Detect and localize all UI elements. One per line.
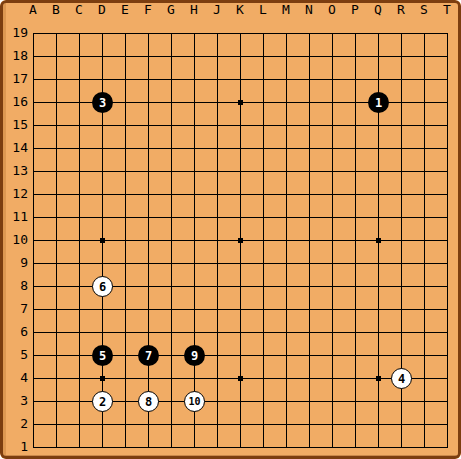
intersection[interactable] bbox=[68, 160, 91, 183]
intersection[interactable] bbox=[321, 206, 344, 229]
intersection[interactable] bbox=[45, 160, 68, 183]
intersection[interactable] bbox=[367, 413, 390, 436]
intersection[interactable] bbox=[275, 91, 298, 114]
intersection[interactable] bbox=[68, 45, 91, 68]
intersection[interactable] bbox=[367, 252, 390, 275]
intersection[interactable] bbox=[298, 183, 321, 206]
intersection[interactable] bbox=[206, 183, 229, 206]
intersection[interactable] bbox=[321, 114, 344, 137]
intersection[interactable] bbox=[114, 252, 137, 275]
intersection[interactable] bbox=[413, 183, 436, 206]
intersection[interactable] bbox=[275, 160, 298, 183]
intersection[interactable] bbox=[344, 22, 367, 45]
intersection[interactable] bbox=[390, 344, 413, 367]
intersection[interactable] bbox=[275, 436, 298, 459]
intersection[interactable] bbox=[298, 298, 321, 321]
intersection[interactable] bbox=[137, 367, 160, 390]
intersection[interactable] bbox=[252, 114, 275, 137]
intersection[interactable] bbox=[114, 413, 137, 436]
intersection[interactable] bbox=[436, 183, 459, 206]
intersection[interactable] bbox=[183, 160, 206, 183]
intersection[interactable] bbox=[206, 137, 229, 160]
intersection[interactable] bbox=[183, 68, 206, 91]
intersection[interactable] bbox=[45, 413, 68, 436]
intersection[interactable] bbox=[344, 390, 367, 413]
intersection[interactable] bbox=[45, 206, 68, 229]
intersection[interactable] bbox=[436, 413, 459, 436]
intersection[interactable] bbox=[229, 183, 252, 206]
intersection[interactable] bbox=[390, 206, 413, 229]
intersection[interactable] bbox=[114, 91, 137, 114]
intersection[interactable] bbox=[206, 252, 229, 275]
intersection[interactable] bbox=[413, 413, 436, 436]
intersection[interactable] bbox=[137, 298, 160, 321]
intersection[interactable] bbox=[45, 344, 68, 367]
intersection[interactable] bbox=[321, 160, 344, 183]
intersection[interactable] bbox=[206, 298, 229, 321]
intersection[interactable] bbox=[160, 45, 183, 68]
intersection[interactable] bbox=[321, 22, 344, 45]
intersection[interactable] bbox=[160, 298, 183, 321]
intersection[interactable] bbox=[298, 160, 321, 183]
intersection[interactable] bbox=[252, 91, 275, 114]
intersection[interactable] bbox=[275, 344, 298, 367]
intersection[interactable] bbox=[367, 344, 390, 367]
intersection[interactable] bbox=[206, 367, 229, 390]
intersection[interactable] bbox=[275, 114, 298, 137]
intersection[interactable] bbox=[114, 137, 137, 160]
intersection[interactable] bbox=[413, 91, 436, 114]
intersection[interactable] bbox=[229, 413, 252, 436]
intersection[interactable] bbox=[275, 183, 298, 206]
intersection[interactable] bbox=[298, 275, 321, 298]
intersection[interactable] bbox=[183, 183, 206, 206]
intersection[interactable] bbox=[160, 229, 183, 252]
intersection[interactable] bbox=[275, 22, 298, 45]
intersection[interactable] bbox=[91, 413, 114, 436]
intersection[interactable] bbox=[183, 413, 206, 436]
intersection[interactable] bbox=[45, 390, 68, 413]
intersection[interactable] bbox=[390, 183, 413, 206]
intersection[interactable] bbox=[206, 229, 229, 252]
intersection[interactable] bbox=[160, 367, 183, 390]
intersection[interactable] bbox=[390, 114, 413, 137]
intersection[interactable] bbox=[160, 91, 183, 114]
intersection[interactable] bbox=[436, 229, 459, 252]
intersection[interactable] bbox=[390, 22, 413, 45]
intersection[interactable] bbox=[45, 229, 68, 252]
intersection[interactable] bbox=[68, 229, 91, 252]
intersection[interactable] bbox=[252, 229, 275, 252]
intersection[interactable] bbox=[252, 413, 275, 436]
intersection[interactable] bbox=[183, 252, 206, 275]
intersection[interactable] bbox=[436, 275, 459, 298]
intersection[interactable] bbox=[321, 68, 344, 91]
intersection[interactable] bbox=[91, 68, 114, 91]
intersection[interactable] bbox=[436, 321, 459, 344]
intersection[interactable] bbox=[183, 367, 206, 390]
intersection[interactable] bbox=[229, 436, 252, 459]
intersection[interactable] bbox=[413, 436, 436, 459]
intersection[interactable] bbox=[413, 298, 436, 321]
intersection[interactable] bbox=[367, 137, 390, 160]
intersection[interactable] bbox=[344, 160, 367, 183]
intersection[interactable] bbox=[68, 114, 91, 137]
intersection[interactable] bbox=[229, 298, 252, 321]
intersection[interactable] bbox=[114, 229, 137, 252]
intersection[interactable] bbox=[114, 367, 137, 390]
intersection[interactable] bbox=[344, 114, 367, 137]
intersection[interactable] bbox=[252, 183, 275, 206]
intersection[interactable] bbox=[413, 229, 436, 252]
intersection[interactable] bbox=[183, 298, 206, 321]
intersection[interactable] bbox=[114, 183, 137, 206]
intersection[interactable] bbox=[160, 252, 183, 275]
intersection[interactable] bbox=[252, 275, 275, 298]
intersection[interactable] bbox=[91, 183, 114, 206]
intersection[interactable] bbox=[367, 68, 390, 91]
intersection[interactable] bbox=[68, 390, 91, 413]
intersection[interactable] bbox=[390, 45, 413, 68]
intersection[interactable] bbox=[114, 390, 137, 413]
intersection[interactable] bbox=[298, 436, 321, 459]
intersection[interactable] bbox=[91, 22, 114, 45]
intersection[interactable] bbox=[321, 229, 344, 252]
intersection[interactable] bbox=[229, 22, 252, 45]
intersection[interactable] bbox=[413, 367, 436, 390]
intersection[interactable] bbox=[45, 91, 68, 114]
intersection[interactable] bbox=[229, 252, 252, 275]
intersection[interactable] bbox=[367, 114, 390, 137]
intersection[interactable] bbox=[68, 367, 91, 390]
intersection[interactable] bbox=[413, 344, 436, 367]
intersection[interactable] bbox=[321, 298, 344, 321]
intersection[interactable] bbox=[275, 137, 298, 160]
intersection[interactable] bbox=[390, 160, 413, 183]
intersection[interactable] bbox=[45, 183, 68, 206]
intersection[interactable] bbox=[91, 252, 114, 275]
intersection[interactable] bbox=[321, 183, 344, 206]
intersection[interactable] bbox=[114, 206, 137, 229]
intersection[interactable] bbox=[436, 160, 459, 183]
intersection[interactable] bbox=[229, 206, 252, 229]
intersection[interactable] bbox=[298, 413, 321, 436]
intersection[interactable] bbox=[206, 321, 229, 344]
intersection[interactable] bbox=[160, 137, 183, 160]
intersection[interactable] bbox=[68, 298, 91, 321]
intersection[interactable] bbox=[137, 206, 160, 229]
intersection[interactable] bbox=[344, 252, 367, 275]
intersection[interactable] bbox=[91, 206, 114, 229]
intersection[interactable] bbox=[367, 367, 390, 390]
intersection[interactable] bbox=[252, 137, 275, 160]
intersection[interactable] bbox=[298, 367, 321, 390]
intersection[interactable] bbox=[206, 413, 229, 436]
intersection[interactable] bbox=[68, 183, 91, 206]
intersection[interactable] bbox=[298, 344, 321, 367]
intersection[interactable] bbox=[68, 321, 91, 344]
intersection[interactable] bbox=[229, 45, 252, 68]
intersection[interactable] bbox=[160, 22, 183, 45]
intersection[interactable] bbox=[160, 160, 183, 183]
intersection[interactable] bbox=[183, 114, 206, 137]
intersection[interactable] bbox=[390, 390, 413, 413]
intersection[interactable] bbox=[413, 321, 436, 344]
intersection[interactable] bbox=[344, 206, 367, 229]
intersection[interactable] bbox=[321, 321, 344, 344]
intersection[interactable] bbox=[68, 91, 91, 114]
intersection[interactable] bbox=[436, 206, 459, 229]
intersection[interactable] bbox=[252, 252, 275, 275]
intersection[interactable] bbox=[183, 229, 206, 252]
intersection[interactable] bbox=[114, 45, 137, 68]
intersection[interactable] bbox=[275, 413, 298, 436]
intersection[interactable] bbox=[183, 206, 206, 229]
intersection[interactable] bbox=[275, 229, 298, 252]
intersection[interactable] bbox=[68, 344, 91, 367]
intersection[interactable] bbox=[229, 367, 252, 390]
intersection[interactable] bbox=[344, 137, 367, 160]
intersection[interactable] bbox=[229, 160, 252, 183]
intersection[interactable] bbox=[114, 22, 137, 45]
intersection[interactable] bbox=[91, 298, 114, 321]
intersection[interactable] bbox=[91, 160, 114, 183]
intersection[interactable] bbox=[91, 321, 114, 344]
intersection[interactable] bbox=[390, 229, 413, 252]
intersection[interactable] bbox=[436, 344, 459, 367]
intersection[interactable] bbox=[344, 321, 367, 344]
intersection[interactable] bbox=[206, 206, 229, 229]
intersection[interactable] bbox=[114, 298, 137, 321]
intersection[interactable] bbox=[183, 137, 206, 160]
intersection[interactable] bbox=[160, 183, 183, 206]
intersection[interactable] bbox=[298, 390, 321, 413]
intersection[interactable] bbox=[183, 45, 206, 68]
intersection[interactable] bbox=[183, 22, 206, 45]
intersection[interactable] bbox=[137, 114, 160, 137]
intersection[interactable] bbox=[413, 206, 436, 229]
intersection[interactable] bbox=[206, 275, 229, 298]
intersection[interactable] bbox=[229, 91, 252, 114]
intersection[interactable] bbox=[344, 413, 367, 436]
intersection[interactable] bbox=[252, 344, 275, 367]
intersection[interactable] bbox=[367, 45, 390, 68]
intersection[interactable] bbox=[367, 22, 390, 45]
intersection[interactable] bbox=[68, 22, 91, 45]
intersection[interactable] bbox=[275, 367, 298, 390]
intersection[interactable] bbox=[160, 344, 183, 367]
intersection[interactable] bbox=[298, 45, 321, 68]
intersection[interactable] bbox=[298, 206, 321, 229]
intersection[interactable] bbox=[206, 91, 229, 114]
intersection[interactable] bbox=[436, 45, 459, 68]
intersection[interactable] bbox=[137, 229, 160, 252]
intersection[interactable] bbox=[344, 367, 367, 390]
intersection[interactable] bbox=[160, 68, 183, 91]
intersection[interactable] bbox=[298, 252, 321, 275]
intersection[interactable] bbox=[367, 321, 390, 344]
intersection[interactable] bbox=[206, 160, 229, 183]
intersection[interactable] bbox=[137, 183, 160, 206]
intersection[interactable] bbox=[321, 91, 344, 114]
intersection[interactable] bbox=[390, 252, 413, 275]
intersection[interactable] bbox=[206, 344, 229, 367]
intersection[interactable] bbox=[252, 321, 275, 344]
intersection[interactable] bbox=[390, 91, 413, 114]
intersection[interactable] bbox=[45, 252, 68, 275]
intersection[interactable] bbox=[344, 68, 367, 91]
intersection[interactable] bbox=[321, 367, 344, 390]
intersection[interactable] bbox=[390, 275, 413, 298]
intersection[interactable] bbox=[413, 114, 436, 137]
intersection[interactable] bbox=[321, 275, 344, 298]
intersection[interactable] bbox=[298, 22, 321, 45]
intersection[interactable] bbox=[183, 436, 206, 459]
intersection[interactable] bbox=[206, 390, 229, 413]
intersection[interactable] bbox=[275, 390, 298, 413]
intersection[interactable] bbox=[45, 436, 68, 459]
intersection[interactable] bbox=[321, 413, 344, 436]
intersection[interactable] bbox=[298, 91, 321, 114]
intersection[interactable] bbox=[252, 390, 275, 413]
intersection[interactable] bbox=[160, 436, 183, 459]
intersection[interactable] bbox=[68, 413, 91, 436]
intersection[interactable] bbox=[229, 275, 252, 298]
intersection[interactable] bbox=[91, 229, 114, 252]
intersection[interactable] bbox=[413, 390, 436, 413]
intersection[interactable] bbox=[45, 22, 68, 45]
intersection[interactable] bbox=[344, 275, 367, 298]
intersection[interactable] bbox=[436, 298, 459, 321]
intersection[interactable] bbox=[321, 436, 344, 459]
intersection[interactable] bbox=[68, 206, 91, 229]
intersection[interactable] bbox=[160, 413, 183, 436]
intersection[interactable] bbox=[68, 68, 91, 91]
intersection[interactable] bbox=[390, 321, 413, 344]
intersection[interactable] bbox=[114, 344, 137, 367]
intersection[interactable] bbox=[91, 114, 114, 137]
intersection[interactable] bbox=[45, 275, 68, 298]
intersection[interactable] bbox=[344, 45, 367, 68]
intersection[interactable] bbox=[436, 22, 459, 45]
intersection[interactable] bbox=[68, 436, 91, 459]
intersection[interactable] bbox=[252, 367, 275, 390]
intersection[interactable] bbox=[45, 298, 68, 321]
intersection[interactable] bbox=[137, 275, 160, 298]
intersection[interactable] bbox=[275, 206, 298, 229]
intersection[interactable] bbox=[367, 229, 390, 252]
intersection[interactable] bbox=[413, 275, 436, 298]
intersection[interactable] bbox=[367, 206, 390, 229]
intersection[interactable] bbox=[298, 68, 321, 91]
intersection[interactable] bbox=[321, 45, 344, 68]
intersection[interactable] bbox=[206, 45, 229, 68]
intersection[interactable] bbox=[344, 298, 367, 321]
intersection[interactable] bbox=[367, 298, 390, 321]
intersection[interactable] bbox=[183, 275, 206, 298]
intersection[interactable] bbox=[413, 160, 436, 183]
intersection[interactable] bbox=[229, 344, 252, 367]
intersection[interactable] bbox=[137, 91, 160, 114]
intersection[interactable] bbox=[252, 206, 275, 229]
intersection[interactable] bbox=[344, 229, 367, 252]
intersection[interactable] bbox=[137, 22, 160, 45]
intersection[interactable] bbox=[344, 344, 367, 367]
intersection[interactable] bbox=[413, 45, 436, 68]
intersection[interactable] bbox=[45, 114, 68, 137]
intersection[interactable] bbox=[137, 68, 160, 91]
intersection[interactable] bbox=[275, 321, 298, 344]
intersection[interactable] bbox=[229, 137, 252, 160]
intersection[interactable] bbox=[137, 436, 160, 459]
intersection[interactable] bbox=[183, 321, 206, 344]
intersection[interactable] bbox=[45, 45, 68, 68]
intersection[interactable] bbox=[390, 137, 413, 160]
intersection[interactable] bbox=[91, 137, 114, 160]
intersection[interactable] bbox=[160, 321, 183, 344]
intersection[interactable] bbox=[252, 298, 275, 321]
intersection[interactable] bbox=[229, 68, 252, 91]
intersection[interactable] bbox=[321, 344, 344, 367]
intersection[interactable] bbox=[367, 390, 390, 413]
intersection[interactable] bbox=[137, 321, 160, 344]
intersection[interactable] bbox=[114, 68, 137, 91]
intersection[interactable] bbox=[413, 252, 436, 275]
intersection[interactable] bbox=[160, 114, 183, 137]
intersection[interactable] bbox=[436, 252, 459, 275]
intersection[interactable] bbox=[229, 229, 252, 252]
intersection[interactable] bbox=[229, 114, 252, 137]
intersection[interactable] bbox=[114, 160, 137, 183]
intersection[interactable] bbox=[229, 321, 252, 344]
intersection[interactable] bbox=[137, 252, 160, 275]
intersection[interactable] bbox=[436, 114, 459, 137]
intersection[interactable] bbox=[413, 22, 436, 45]
intersection[interactable] bbox=[45, 321, 68, 344]
intersection[interactable] bbox=[390, 68, 413, 91]
intersection[interactable] bbox=[367, 183, 390, 206]
intersection[interactable] bbox=[275, 252, 298, 275]
intersection[interactable] bbox=[390, 298, 413, 321]
intersection[interactable] bbox=[114, 436, 137, 459]
intersection[interactable] bbox=[390, 436, 413, 459]
intersection[interactable] bbox=[183, 91, 206, 114]
intersection[interactable] bbox=[275, 298, 298, 321]
intersection[interactable] bbox=[160, 275, 183, 298]
intersection[interactable] bbox=[137, 137, 160, 160]
intersection[interactable] bbox=[114, 275, 137, 298]
intersection[interactable] bbox=[390, 413, 413, 436]
intersection[interactable] bbox=[298, 229, 321, 252]
intersection[interactable] bbox=[413, 68, 436, 91]
intersection[interactable] bbox=[321, 137, 344, 160]
intersection[interactable] bbox=[68, 252, 91, 275]
intersection[interactable] bbox=[206, 22, 229, 45]
intersection[interactable] bbox=[252, 45, 275, 68]
intersection[interactable] bbox=[436, 68, 459, 91]
intersection[interactable] bbox=[114, 114, 137, 137]
intersection[interactable] bbox=[68, 137, 91, 160]
intersection[interactable] bbox=[367, 275, 390, 298]
intersection[interactable] bbox=[45, 68, 68, 91]
intersection[interactable] bbox=[252, 436, 275, 459]
intersection[interactable] bbox=[436, 137, 459, 160]
intersection[interactable] bbox=[344, 91, 367, 114]
intersection[interactable] bbox=[91, 45, 114, 68]
intersection[interactable] bbox=[252, 22, 275, 45]
intersection[interactable] bbox=[206, 436, 229, 459]
intersection[interactable] bbox=[367, 436, 390, 459]
